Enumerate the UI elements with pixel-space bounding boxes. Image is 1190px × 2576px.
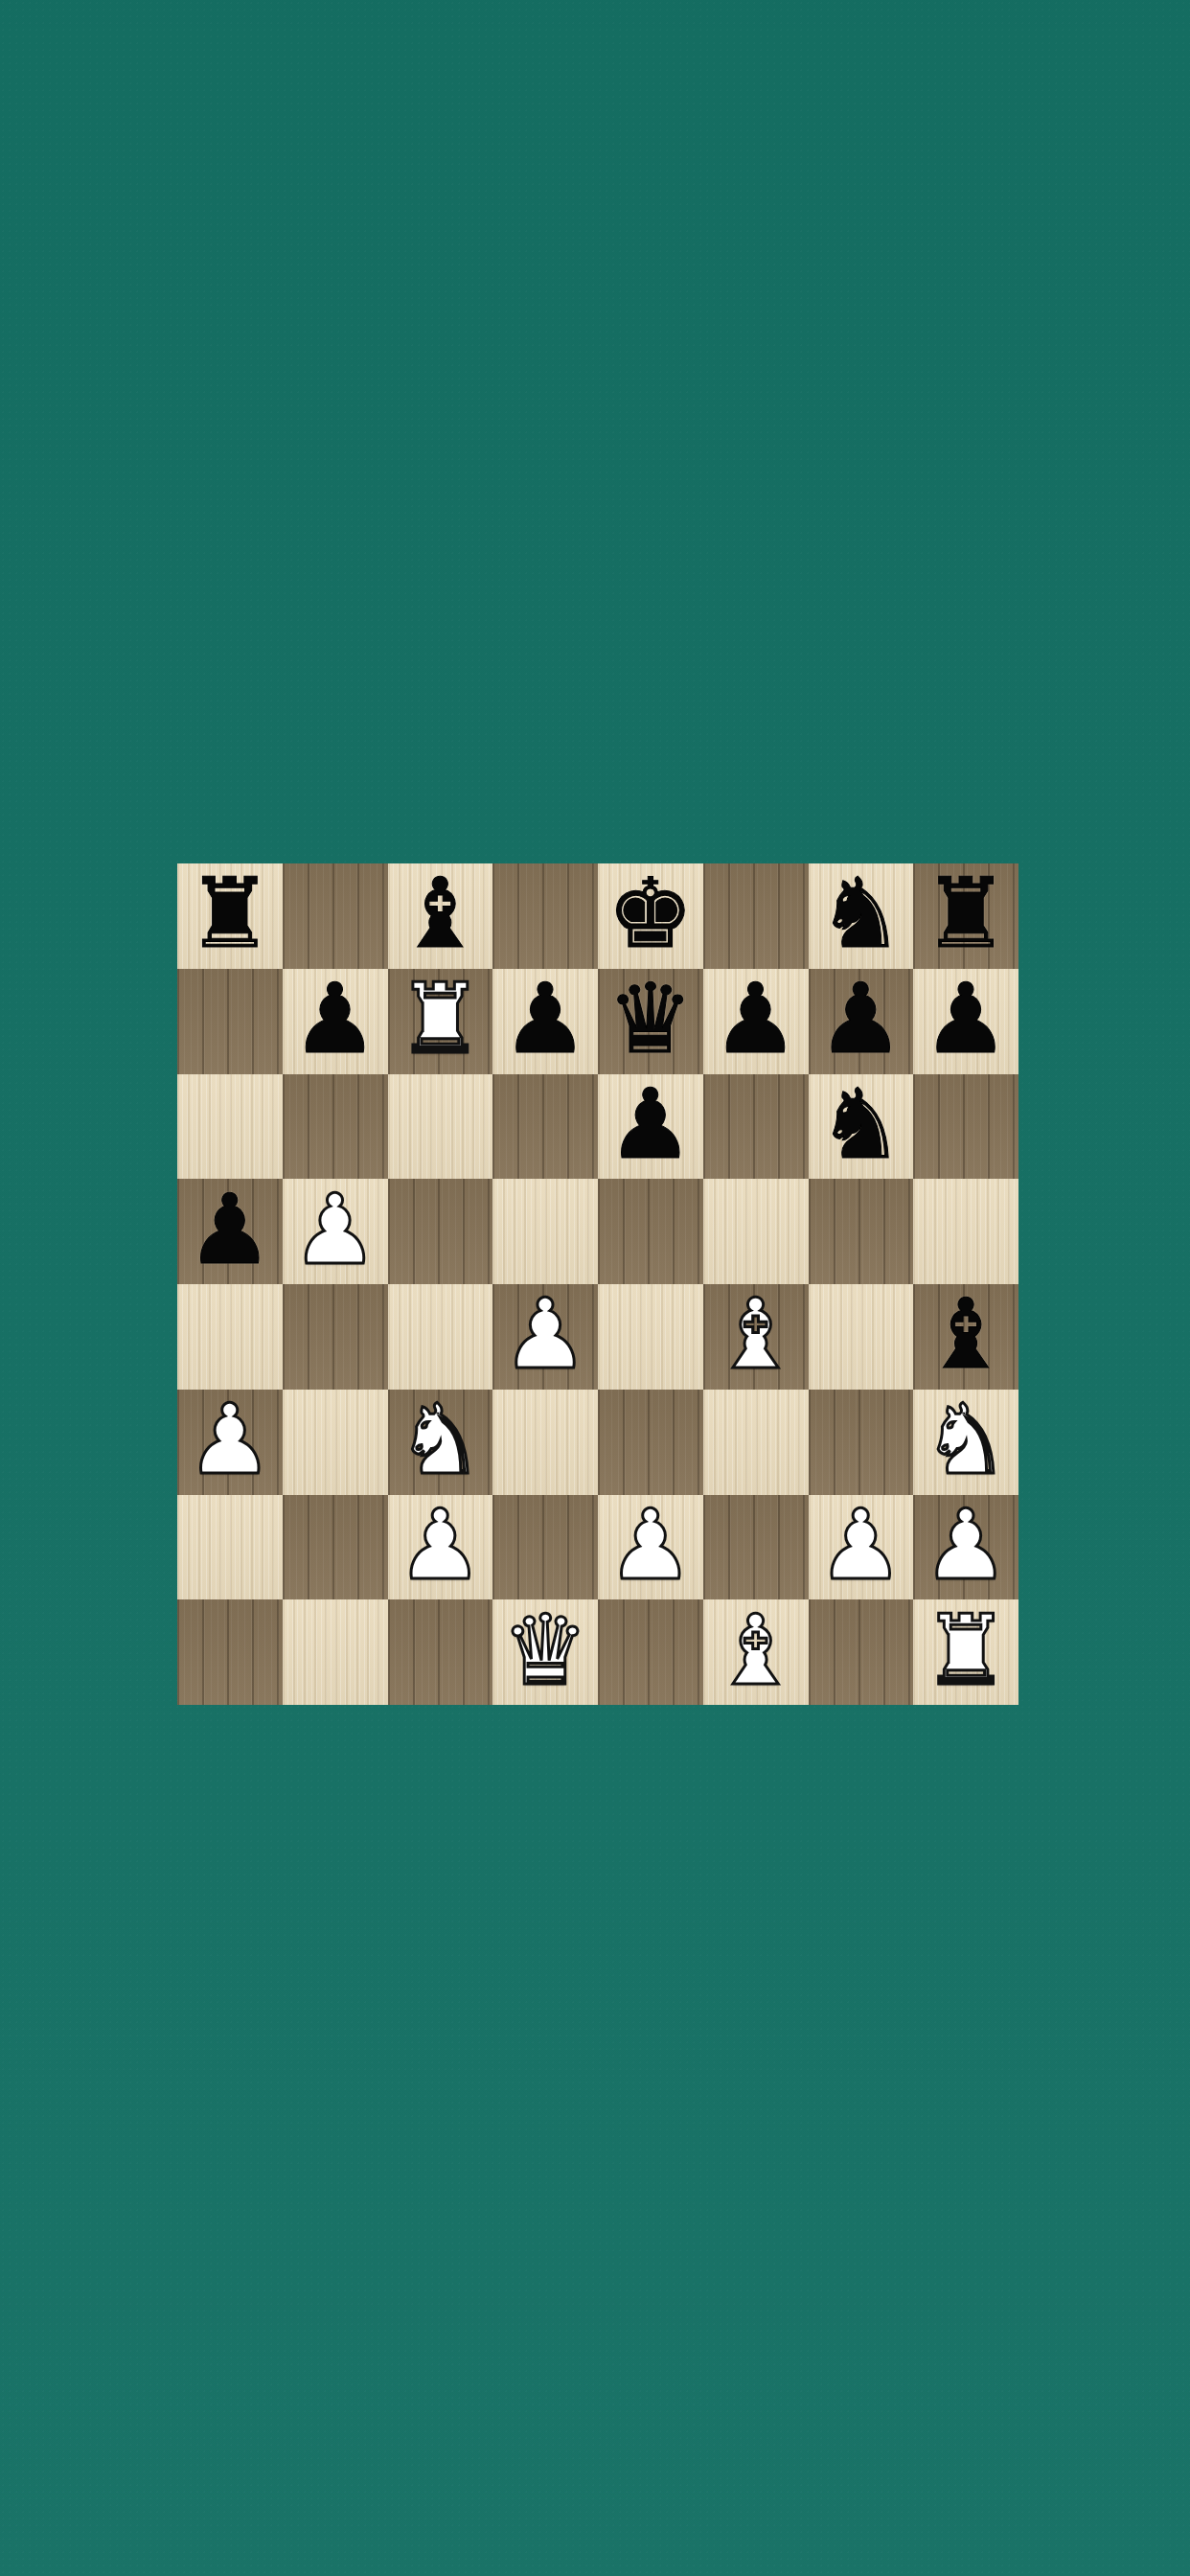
white-pawn-piece: ♟ [291, 1182, 378, 1278]
square-c6[interactable] [388, 1074, 493, 1180]
black-queen-piece: ♛ [607, 971, 695, 1068]
square-b7[interactable]: ♟ [283, 969, 388, 1074]
square-a7[interactable] [177, 969, 283, 1074]
square-a5[interactable]: ♟ [177, 1179, 283, 1284]
square-c1[interactable] [388, 1599, 493, 1705]
square-f7[interactable]: ♟ [703, 969, 809, 1074]
black-pawn-piece: ♟ [712, 971, 799, 1068]
black-pawn-piece: ♟ [502, 971, 589, 1068]
square-d3[interactable] [492, 1390, 598, 1495]
white-knight-piece: ♞ [923, 1391, 1010, 1488]
white-pawn-piece: ♟ [607, 1497, 695, 1594]
square-b1[interactable] [283, 1599, 388, 1705]
square-a3[interactable]: ♟ [177, 1390, 283, 1495]
black-rook-piece: ♜ [923, 865, 1010, 962]
square-d8[interactable] [492, 863, 598, 969]
square-c4[interactable] [388, 1284, 493, 1390]
square-b6[interactable] [283, 1074, 388, 1180]
square-c2[interactable]: ♟ [388, 1495, 493, 1600]
square-g8[interactable]: ♞ [809, 863, 914, 969]
square-f5[interactable] [703, 1179, 809, 1284]
square-e1[interactable] [598, 1599, 703, 1705]
black-pawn-piece: ♟ [817, 971, 904, 1068]
square-h6[interactable] [913, 1074, 1018, 1180]
square-f2[interactable] [703, 1495, 809, 1600]
square-e6[interactable]: ♟ [598, 1074, 703, 1180]
white-pawn-piece: ♟ [923, 1497, 1010, 1594]
black-knight-piece: ♞ [817, 865, 904, 962]
white-knight-piece: ♞ [397, 1391, 484, 1488]
square-d5[interactable] [492, 1179, 598, 1284]
square-a2[interactable] [177, 1495, 283, 1600]
square-f6[interactable] [703, 1074, 809, 1180]
square-c3[interactable]: ♞ [388, 1390, 493, 1495]
square-h3[interactable]: ♞ [913, 1390, 1018, 1495]
white-pawn-piece: ♟ [817, 1497, 904, 1594]
square-e5[interactable] [598, 1179, 703, 1284]
square-g3[interactable] [809, 1390, 914, 1495]
black-bishop-piece: ♝ [397, 865, 484, 962]
square-h7[interactable]: ♟ [913, 969, 1018, 1074]
square-e7[interactable]: ♛ [598, 969, 703, 1074]
square-g6[interactable]: ♞ [809, 1074, 914, 1180]
square-e2[interactable]: ♟ [598, 1495, 703, 1600]
square-h4[interactable]: ♝ [913, 1284, 1018, 1390]
white-queen-piece: ♛ [502, 1602, 589, 1699]
black-king-piece: ♚ [607, 865, 695, 962]
square-h1[interactable]: ♜ [913, 1599, 1018, 1705]
square-b2[interactable] [283, 1495, 388, 1600]
square-b4[interactable] [283, 1284, 388, 1390]
square-e8[interactable]: ♚ [598, 863, 703, 969]
square-c5[interactable] [388, 1179, 493, 1284]
square-g1[interactable] [809, 1599, 914, 1705]
square-b3[interactable] [283, 1390, 388, 1495]
square-e4[interactable] [598, 1284, 703, 1390]
black-bishop-piece: ♝ [923, 1286, 1010, 1383]
square-b8[interactable] [283, 863, 388, 969]
square-c8[interactable]: ♝ [388, 863, 493, 969]
square-a8[interactable]: ♜ [177, 863, 283, 969]
white-rook-piece: ♜ [923, 1602, 1010, 1699]
square-a1[interactable] [177, 1599, 283, 1705]
square-b5[interactable]: ♟ [283, 1179, 388, 1284]
square-a6[interactable] [177, 1074, 283, 1180]
white-rook-piece: ♜ [397, 971, 484, 1068]
square-f4[interactable]: ♝ [703, 1284, 809, 1390]
square-e3[interactable] [598, 1390, 703, 1495]
square-d6[interactable] [492, 1074, 598, 1180]
square-h8[interactable]: ♜ [913, 863, 1018, 969]
white-bishop-piece: ♝ [712, 1602, 799, 1699]
square-d4[interactable]: ♟ [492, 1284, 598, 1390]
square-h5[interactable] [913, 1179, 1018, 1284]
square-f8[interactable] [703, 863, 809, 969]
black-pawn-piece: ♟ [187, 1182, 274, 1278]
square-g5[interactable] [809, 1179, 914, 1284]
square-c7[interactable]: ♜ [388, 969, 493, 1074]
square-d7[interactable]: ♟ [492, 969, 598, 1074]
square-d1[interactable]: ♛ [492, 1599, 598, 1705]
square-a4[interactable] [177, 1284, 283, 1390]
black-pawn-piece: ♟ [607, 1076, 695, 1173]
black-rook-piece: ♜ [187, 865, 274, 962]
square-f1[interactable]: ♝ [703, 1599, 809, 1705]
square-g4[interactable] [809, 1284, 914, 1390]
square-f3[interactable] [703, 1390, 809, 1495]
white-bishop-piece: ♝ [712, 1286, 799, 1383]
black-pawn-piece: ♟ [291, 971, 378, 1068]
square-d2[interactable] [492, 1495, 598, 1600]
black-knight-piece: ♞ [817, 1076, 904, 1173]
white-pawn-piece: ♟ [187, 1391, 274, 1488]
black-pawn-piece: ♟ [923, 971, 1010, 1068]
square-g2[interactable]: ♟ [809, 1495, 914, 1600]
white-pawn-piece: ♟ [502, 1286, 589, 1383]
chess-board: ♜♝♚♞♜♟♜♟♛♟♟♟♟♞♟♟♟♝♝♟♞♞♟♟♟♟♛♝♜ [177, 863, 1018, 1705]
square-g7[interactable]: ♟ [809, 969, 914, 1074]
square-h2[interactable]: ♟ [913, 1495, 1018, 1600]
white-pawn-piece: ♟ [397, 1497, 484, 1594]
